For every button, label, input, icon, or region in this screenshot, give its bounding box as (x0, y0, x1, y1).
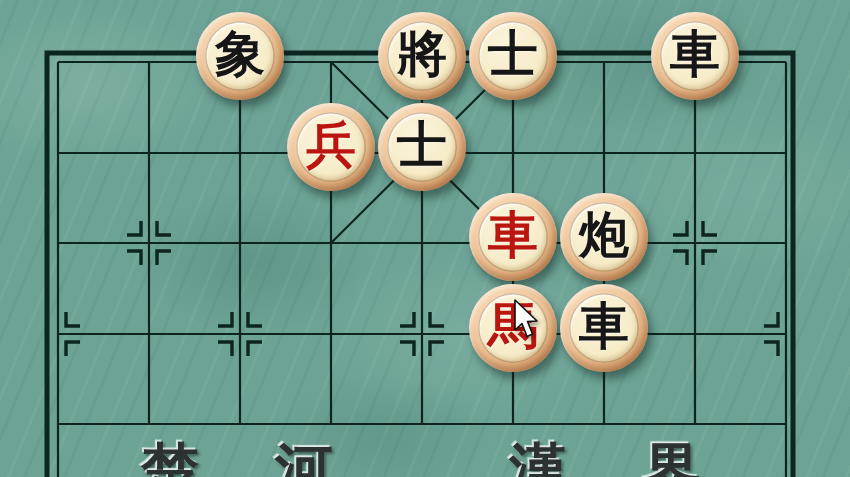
piece-black-chariot[interactable]: 車 (651, 12, 739, 100)
river-character: 楚 (138, 441, 202, 477)
piece-black-advisor[interactable]: 士 (469, 12, 557, 100)
river-character: 漢 (506, 441, 570, 477)
piece-character: 象 (215, 29, 265, 79)
piece-black-general[interactable]: 將 (378, 12, 466, 100)
river-character: 河 (272, 441, 336, 477)
piece-black-chariot-2[interactable]: 車 (560, 284, 648, 372)
piece-character: 車 (670, 29, 720, 79)
river-character: 界 (640, 441, 704, 477)
piece-black-advisor-2[interactable]: 士 (378, 103, 466, 191)
piece-black-elephant[interactable]: 象 (196, 12, 284, 100)
piece-character: 兵 (306, 120, 356, 170)
piece-black-cannon[interactable]: 炮 (560, 193, 648, 281)
piece-character: 車 (579, 301, 629, 351)
xiangqi-screenshot: 象將士車兵士車炮馬車 楚 河 漢 界 (0, 0, 850, 477)
piece-character: 將 (397, 29, 447, 79)
piece-red-chariot[interactable]: 車 (469, 193, 557, 281)
piece-red-soldier[interactable]: 兵 (287, 103, 375, 191)
mouse-cursor-icon (512, 299, 540, 341)
piece-character: 車 (488, 210, 538, 260)
piece-character: 士 (397, 120, 447, 170)
piece-character: 士 (488, 29, 538, 79)
piece-character: 炮 (579, 210, 629, 260)
